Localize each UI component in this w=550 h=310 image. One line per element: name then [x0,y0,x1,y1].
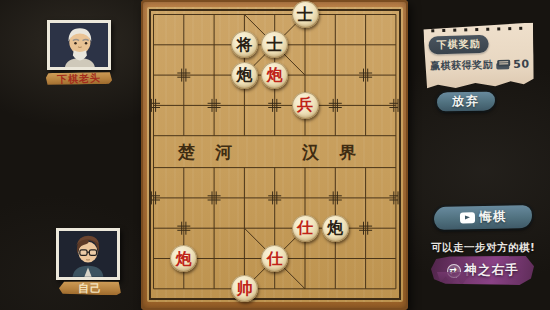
reward-note: 下棋奖励 赢棋获得奖励 50 [423,22,535,89]
resign-button[interactable]: 放弃 [437,91,495,111]
opponent-name-plate: 下棋老头 [46,71,112,86]
opponent-name: 下棋老头 [57,71,101,87]
resign-label: 放弃 [452,93,480,110]
reward-badge: 下棋奖励 [428,35,488,55]
piece-black-general[interactable]: 将 [231,31,258,58]
skill-name: 神之右手 [465,262,519,279]
piece-red-advisor[interactable]: 仕 [292,215,319,242]
swap-arrows-icon: ⇄ [447,264,461,278]
undo-button[interactable]: 悔棋 [434,205,532,230]
reward-amount: 50 [513,57,530,70]
note-holes-decoration [430,26,528,34]
opponent-avatar [47,20,111,70]
undo-label: 悔棋 [479,209,506,227]
piece-red-cannon[interactable]: 炮 [261,62,288,89]
banknote-stack-icon [495,58,511,70]
piece-black-cannon[interactable]: 炮 [231,62,258,89]
river-label-left: 楚 河 [178,141,238,163]
self-avatar [56,228,120,280]
skill-hint: 可以走一步对方的棋! [431,241,535,255]
self-name-plate: 自己 [59,280,121,295]
self-name: 自己 [78,280,102,295]
video-ad-icon [459,212,474,223]
reward-text: 赢棋获得奖励 [430,58,493,74]
self-avatar-image [59,231,117,277]
xiangqi-board[interactable]: 楚 河 汉 界 士将士炮炮兵仕炮炮仕帅 [141,0,408,310]
opponent-avatar-image [50,23,108,67]
piece-red-soldier[interactable]: 兵 [292,92,319,119]
river-label-right: 汉 界 [302,141,362,163]
piece-red-general[interactable]: 帅 [231,275,258,302]
piece-red-advisor[interactable]: 仕 [261,245,288,272]
skill-banner[interactable]: ⇄ 神之右手 [431,256,534,285]
piece-black-cannon[interactable]: 炮 [322,215,349,242]
opponent-card: 下棋老头 [47,20,112,85]
self-card: 自己 [56,228,121,295]
piece-black-advisor[interactable]: 士 [292,1,319,28]
